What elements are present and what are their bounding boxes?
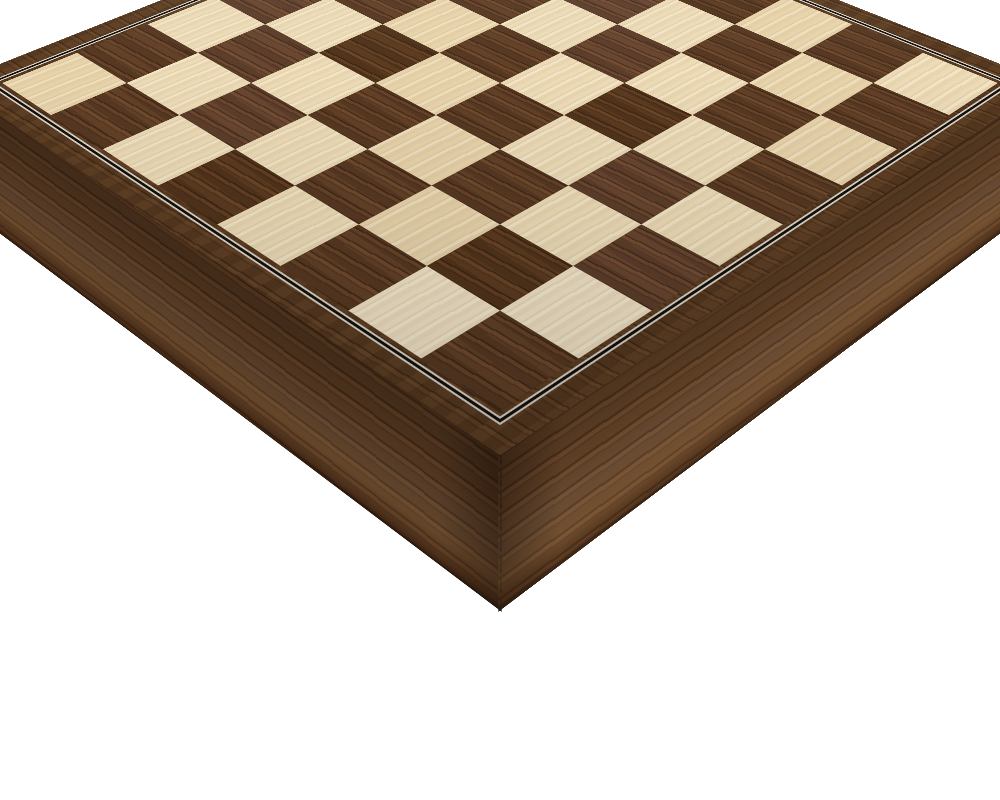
board-square (359, 186, 500, 266)
board-square (692, 83, 820, 149)
board-square (500, 115, 632, 185)
board-square (421, 311, 578, 411)
board-square (705, 149, 842, 224)
board-square (158, 149, 295, 224)
board-square (51, 83, 179, 149)
board-square (821, 83, 949, 149)
board-square (368, 115, 500, 185)
board-square (765, 115, 897, 185)
board-square (564, 83, 692, 149)
board-square (103, 115, 235, 185)
board-square (427, 224, 573, 310)
board-square (432, 149, 569, 224)
board-square (308, 83, 436, 149)
board-square (295, 149, 432, 224)
chess-board (0, 0, 1000, 456)
board-square (179, 83, 307, 149)
board-square (500, 186, 641, 266)
board-square (348, 266, 500, 359)
board-square (573, 224, 719, 310)
board-square (568, 149, 705, 224)
board-square (641, 186, 782, 266)
board-square (500, 266, 652, 359)
board-square (217, 186, 358, 266)
board-square (436, 83, 564, 149)
board-square (235, 115, 367, 185)
board-square (280, 224, 426, 310)
photo-backdrop (0, 0, 1000, 800)
board-square (632, 115, 764, 185)
